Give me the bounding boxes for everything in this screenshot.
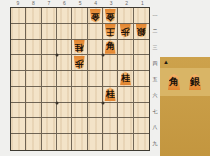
board-cell-1九[interactable] [134, 134, 149, 150]
board-cell-4四[interactable] [88, 55, 103, 71]
sente-hand-tray: 角銀 [160, 68, 210, 96]
board-cell-4九[interactable] [88, 134, 103, 150]
board-cell-4八[interactable] [88, 118, 103, 134]
board-cell-7三[interactable] [42, 40, 57, 56]
board-cell-2二[interactable]: 歩 [118, 24, 133, 40]
board-cell-4一[interactable]: 金 [88, 8, 103, 24]
board-cell-4二[interactable] [88, 24, 103, 40]
board-cell-9六[interactable] [11, 87, 26, 103]
rank-label: 七 [151, 103, 159, 119]
board-cell-1六[interactable] [134, 87, 149, 103]
shogi-piece-3一[interactable]: 金 [104, 9, 117, 23]
board-cell-7四[interactable] [42, 55, 57, 71]
rank-label: 九 [151, 135, 159, 151]
board-cell-3三[interactable]: 角 [103, 40, 118, 56]
board-cell-6六[interactable] [57, 87, 72, 103]
board-cell-6九[interactable] [57, 134, 72, 150]
board-cell-3二[interactable]: 王 [103, 24, 118, 40]
rank-label: 二 [151, 23, 159, 39]
board-cell-5一[interactable] [72, 8, 87, 24]
board-cell-7八[interactable] [42, 118, 57, 134]
file-label: 9 [10, 0, 26, 7]
shogi-piece-1二[interactable]: 銀 [135, 24, 148, 38]
board-cell-8六[interactable] [26, 87, 41, 103]
board-cell-1五[interactable] [134, 71, 149, 87]
rank-label: 四 [151, 55, 159, 71]
board-cell-4三[interactable] [88, 40, 103, 56]
hoshi-dot-icon [56, 101, 59, 104]
board-cell-9二[interactable] [11, 24, 26, 40]
board-cell-5九[interactable] [72, 134, 87, 150]
board-cell-1三[interactable] [134, 40, 149, 56]
board-cell-4六[interactable] [88, 87, 103, 103]
board-cell-1四[interactable] [134, 55, 149, 71]
rank-label: 六 [151, 87, 159, 103]
board-cell-8七[interactable] [26, 103, 41, 119]
file-label: 4 [88, 0, 104, 7]
board-cell-2七[interactable] [118, 103, 133, 119]
board-cell-5五[interactable] [72, 71, 87, 87]
board-cell-9五[interactable] [11, 71, 26, 87]
board-cell-2五[interactable]: 桂 [118, 71, 133, 87]
board-cell-8三[interactable] [26, 40, 41, 56]
board-cell-1七[interactable] [134, 103, 149, 119]
board-cell-7一[interactable] [42, 8, 57, 24]
board-cell-7六[interactable] [42, 87, 57, 103]
shogi-piece-3二[interactable]: 王 [104, 24, 117, 38]
board-cell-3四[interactable] [103, 55, 118, 71]
board-cell-1八[interactable] [134, 118, 149, 134]
file-label: 8 [26, 0, 42, 7]
file-label: 3 [103, 0, 119, 7]
board-cell-3一[interactable]: 金 [103, 8, 118, 24]
board-cell-5八[interactable] [72, 118, 87, 134]
board-cell-6七[interactable] [57, 103, 72, 119]
board-cell-2六[interactable] [118, 87, 133, 103]
board-cell-7九[interactable] [42, 134, 57, 150]
board-cell-2一[interactable] [118, 8, 133, 24]
shogi-piece-2五[interactable]: 桂 [119, 72, 132, 86]
board-cell-2三[interactable] [118, 40, 133, 56]
board-cell-3五[interactable] [103, 71, 118, 87]
hand-piece-角[interactable]: 角 [167, 74, 181, 90]
board-cell-2八[interactable] [118, 118, 133, 134]
rank-label: 八 [151, 119, 159, 135]
rank-label: 五 [151, 71, 159, 87]
board-cell-9三[interactable] [11, 40, 26, 56]
file-labels: 987654321 [10, 0, 150, 7]
board-cell-9九[interactable] [11, 134, 26, 150]
board-cell-9七[interactable] [11, 103, 26, 119]
board-cell-3九[interactable] [103, 134, 118, 150]
board-cell-9四[interactable] [11, 55, 26, 71]
board-cell-9一[interactable] [11, 8, 26, 24]
shogi-piece-5四[interactable]: 歩 [73, 56, 86, 70]
board-cell-5四[interactable]: 歩 [72, 55, 87, 71]
board-cell-7二[interactable] [42, 24, 57, 40]
board-cell-8二[interactable] [26, 24, 41, 40]
board-cell-7五[interactable] [42, 71, 57, 87]
board-cell-2四[interactable] [118, 55, 133, 71]
piece-stand: ▲ 角銀 [160, 57, 210, 156]
file-label: 2 [119, 0, 135, 7]
board-cell-3八[interactable] [103, 118, 118, 134]
shogi-board: 金金王歩銀桂角歩桂桂 [10, 7, 150, 151]
rank-label: 一 [151, 7, 159, 23]
shogi-piece-3六[interactable]: 桂 [104, 88, 117, 102]
board-cell-5二[interactable] [72, 24, 87, 40]
file-label: 6 [57, 0, 73, 7]
rank-label: 三 [151, 39, 159, 55]
board-cell-6三[interactable] [57, 40, 72, 56]
shogi-piece-3三[interactable]: 角 [104, 40, 117, 54]
hand-piece-銀[interactable]: 銀 [188, 74, 202, 90]
board-cell-6一[interactable] [57, 8, 72, 24]
file-label: 5 [72, 0, 88, 7]
shogi-piece-2二[interactable]: 歩 [119, 24, 132, 38]
file-label: 1 [135, 0, 151, 7]
board-cell-8一[interactable] [26, 8, 41, 24]
board-cell-9八[interactable] [11, 118, 26, 134]
board-cell-3七[interactable] [103, 103, 118, 119]
board-cell-6八[interactable] [57, 118, 72, 134]
board-cell-1二[interactable]: 銀 [134, 24, 149, 40]
hoshi-dot-icon [102, 101, 105, 104]
board-cell-6五[interactable] [57, 71, 72, 87]
board-cell-6四[interactable] [57, 55, 72, 71]
file-label: 7 [41, 0, 57, 7]
board-cell-4七[interactable] [88, 103, 103, 119]
board-cell-3六[interactable]: 桂 [103, 87, 118, 103]
board-cell-8九[interactable] [26, 134, 41, 150]
board-cell-4五[interactable] [88, 71, 103, 87]
board-cell-5六[interactable] [72, 87, 87, 103]
board-cell-8八[interactable] [26, 118, 41, 134]
board-cell-6二[interactable] [57, 24, 72, 40]
hoshi-dot-icon [56, 54, 59, 57]
hoshi-dot-icon [102, 54, 105, 57]
shogi-piece-5三[interactable]: 桂 [73, 40, 86, 54]
shogi-piece-4一[interactable]: 金 [89, 9, 102, 23]
rank-labels: 一二三四五六七八九 [151, 7, 159, 151]
sente-turn-marker-icon: ▲ [163, 58, 169, 66]
board-cell-2九[interactable] [118, 134, 133, 150]
shogi-tsume-diagram: 987654321 金金王歩銀桂角歩桂桂 一二三四五六七八九 ▲ 角銀 [0, 0, 210, 156]
board-cell-7七[interactable] [42, 103, 57, 119]
board-cell-5七[interactable] [72, 103, 87, 119]
board-cell-5三[interactable]: 桂 [72, 40, 87, 56]
board-cell-1一[interactable] [134, 8, 149, 24]
board-cell-8四[interactable] [26, 55, 41, 71]
board-cell-8五[interactable] [26, 71, 41, 87]
